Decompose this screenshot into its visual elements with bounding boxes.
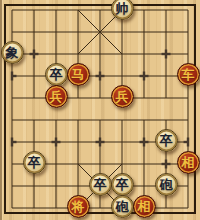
piece-red-elephant[interactable]: 相 [177,151,200,174]
piece-glyph: 卒 [160,130,173,151]
piece-red-horse[interactable]: 马 [67,63,90,86]
piece-glyph: 相 [138,196,151,217]
piece-glyph: 兵 [116,86,129,107]
piece-glyph: 象 [6,42,19,63]
piece-glyph: 马 [72,64,85,85]
piece-ivory-soldier[interactable]: 卒 [111,173,134,196]
piece-glyph: 帅 [116,0,129,19]
xiangqi-board: 帅象卒马车兵兵卒卒相卒卒砲将砲相 [0,0,200,220]
piece-ivory-soldier[interactable]: 卒 [23,151,46,174]
piece-ivory-general[interactable]: 帅 [111,0,134,20]
piece-glyph: 砲 [116,196,129,217]
piece-ivory-soldier[interactable]: 卒 [89,173,112,196]
piece-glyph: 将 [72,196,85,217]
piece-ivory-soldier[interactable]: 卒 [45,63,68,86]
piece-glyph: 相 [182,152,195,173]
left-edge-shade [0,0,2,220]
piece-glyph: 兵 [50,86,63,107]
piece-red-elephant[interactable]: 相 [133,195,156,218]
piece-red-chariot[interactable]: 车 [177,63,200,86]
pieces-layer: 帅象卒马车兵兵卒卒相卒卒砲将砲相 [1,0,199,219]
piece-glyph: 砲 [160,174,173,195]
piece-glyph: 车 [182,64,195,85]
piece-ivory-elephant[interactable]: 象 [1,41,24,64]
piece-red-soldier[interactable]: 兵 [111,85,134,108]
piece-glyph: 卒 [28,152,41,173]
piece-ivory-cannon[interactable]: 砲 [155,173,178,196]
piece-glyph: 卒 [116,174,129,195]
piece-glyph: 卒 [50,64,63,85]
piece-red-general[interactable]: 将 [67,195,90,218]
piece-ivory-soldier[interactable]: 卒 [155,129,178,152]
piece-ivory-cannon[interactable]: 砲 [111,195,134,218]
piece-glyph: 卒 [94,174,107,195]
piece-red-soldier[interactable]: 兵 [45,85,68,108]
